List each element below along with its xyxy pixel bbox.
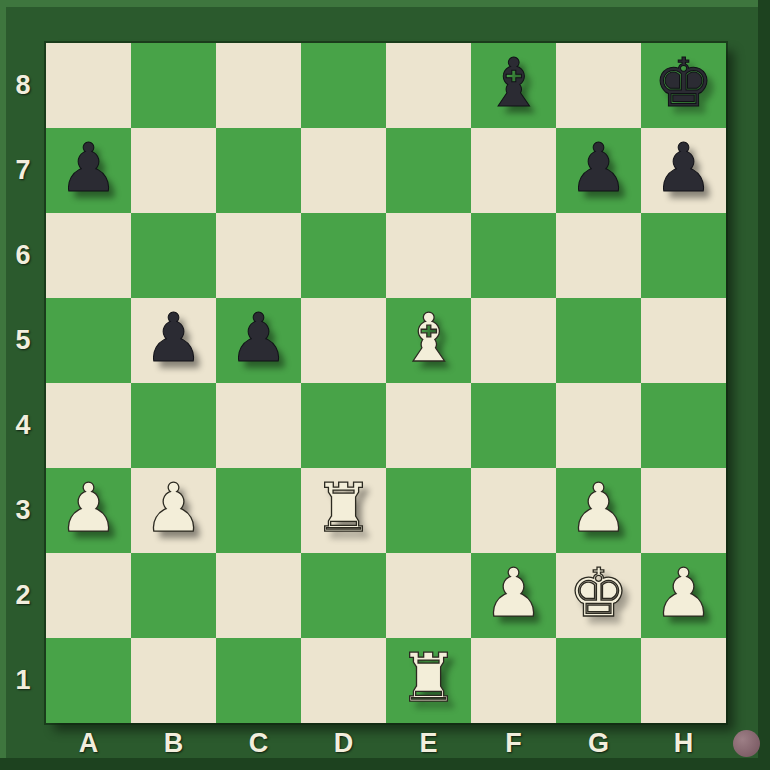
square-a1[interactable] [46,638,131,723]
square-g1[interactable] [556,638,641,723]
square-b6[interactable] [131,213,216,298]
file-label-b: B [131,723,216,770]
piece-g2-white-king[interactable]: ♚ [568,551,628,636]
file-label-h: H [641,723,726,770]
square-e5[interactable]: ♝ [386,298,471,383]
rank-label-7: 7 [0,128,46,213]
square-g5[interactable] [556,298,641,383]
square-a5[interactable] [46,298,131,383]
file-label-c: C [216,723,301,770]
square-d1[interactable] [301,638,386,723]
square-c4[interactable] [216,383,301,468]
square-h8[interactable]: ♚ [641,43,726,128]
piece-h7-black-pawn[interactable]: ♟ [653,126,713,211]
square-f7[interactable] [471,128,556,213]
square-a7[interactable]: ♟ [46,128,131,213]
square-b1[interactable] [131,638,216,723]
square-g8[interactable] [556,43,641,128]
rank-label-3: 3 [0,468,46,553]
piece-b3-white-pawn[interactable]: ♟ [143,466,203,551]
square-f2[interactable]: ♟ [471,553,556,638]
square-g2[interactable]: ♚ [556,553,641,638]
piece-g3-white-pawn[interactable]: ♟ [568,466,628,551]
square-c5[interactable]: ♟ [216,298,301,383]
square-f1[interactable] [471,638,556,723]
square-e6[interactable] [386,213,471,298]
square-d4[interactable] [301,383,386,468]
square-h6[interactable] [641,213,726,298]
rank-label-6: 6 [0,213,46,298]
square-g6[interactable] [556,213,641,298]
piece-f8-black-bishop[interactable]: ♝ [483,41,543,126]
rank-label-4: 4 [0,383,46,468]
chess-board: ♝♚♟♟♟♟♟♝♟♟♜♟♟♚♟♜ [46,43,726,723]
piece-a7-black-pawn[interactable]: ♟ [58,126,118,211]
square-f3[interactable] [471,468,556,553]
piece-e1-white-rook[interactable]: ♜ [398,636,458,721]
piece-h8-black-king[interactable]: ♚ [653,41,713,126]
square-c6[interactable] [216,213,301,298]
piece-g7-black-pawn[interactable]: ♟ [568,126,628,211]
square-d6[interactable] [301,213,386,298]
square-c2[interactable] [216,553,301,638]
square-h3[interactable] [641,468,726,553]
piece-a3-white-pawn[interactable]: ♟ [58,466,118,551]
rank-label-1: 1 [0,638,46,723]
square-a8[interactable] [46,43,131,128]
file-label-a: A [46,723,131,770]
piece-f2-white-pawn[interactable]: ♟ [483,551,543,636]
square-f4[interactable] [471,383,556,468]
square-b5[interactable]: ♟ [131,298,216,383]
square-d7[interactable] [301,128,386,213]
square-h5[interactable] [641,298,726,383]
file-label-e: E [386,723,471,770]
square-a6[interactable] [46,213,131,298]
chess-board-frame: 87654321 ♝♚♟♟♟♟♟♝♟♟♜♟♟♚♟♜ ABCDEFGH [0,0,770,770]
square-e2[interactable] [386,553,471,638]
square-a2[interactable] [46,553,131,638]
square-h7[interactable]: ♟ [641,128,726,213]
file-labels: ABCDEFGH [46,723,726,770]
piece-d3-white-rook[interactable]: ♜ [313,466,373,551]
square-g4[interactable] [556,383,641,468]
square-d3[interactable]: ♜ [301,468,386,553]
square-b8[interactable] [131,43,216,128]
square-b2[interactable] [131,553,216,638]
rank-labels: 87654321 [0,43,46,723]
file-label-d: D [301,723,386,770]
piece-e5-white-bishop[interactable]: ♝ [398,296,458,381]
rank-label-5: 5 [0,298,46,383]
square-e8[interactable] [386,43,471,128]
file-label-f: F [471,723,556,770]
corner-dot [733,730,760,757]
square-g7[interactable]: ♟ [556,128,641,213]
square-e3[interactable] [386,468,471,553]
square-h1[interactable] [641,638,726,723]
square-h4[interactable] [641,383,726,468]
file-label-g: G [556,723,641,770]
square-c1[interactable] [216,638,301,723]
square-g3[interactable]: ♟ [556,468,641,553]
piece-c5-black-pawn[interactable]: ♟ [228,296,288,381]
square-d2[interactable] [301,553,386,638]
square-b7[interactable] [131,128,216,213]
square-c7[interactable] [216,128,301,213]
square-e4[interactable] [386,383,471,468]
square-e1[interactable]: ♜ [386,638,471,723]
square-b3[interactable]: ♟ [131,468,216,553]
rank-label-2: 2 [0,553,46,638]
rank-label-8: 8 [0,43,46,128]
square-f6[interactable] [471,213,556,298]
square-a4[interactable] [46,383,131,468]
square-e7[interactable] [386,128,471,213]
piece-b5-black-pawn[interactable]: ♟ [143,296,203,381]
square-c3[interactable] [216,468,301,553]
square-d8[interactable] [301,43,386,128]
square-a3[interactable]: ♟ [46,468,131,553]
piece-h2-white-pawn[interactable]: ♟ [653,551,713,636]
square-b4[interactable] [131,383,216,468]
square-f5[interactable] [471,298,556,383]
square-f8[interactable]: ♝ [471,43,556,128]
square-d5[interactable] [301,298,386,383]
square-h2[interactable]: ♟ [641,553,726,638]
square-c8[interactable] [216,43,301,128]
